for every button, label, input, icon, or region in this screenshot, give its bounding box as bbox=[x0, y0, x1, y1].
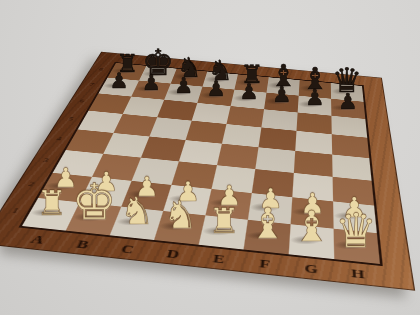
piece-black-pawn-h7[interactable]: ♟ bbox=[338, 91, 358, 113]
piece-white-rook-a1[interactable]: ♜ bbox=[36, 186, 67, 220]
file-label-f: F bbox=[259, 256, 271, 272]
piece-white-bishop-f1[interactable]: ♝ bbox=[249, 202, 287, 244]
piece-white-queen-h1[interactable]: ♛ bbox=[335, 207, 378, 254]
piece-white-knight-d1[interactable]: ♞ bbox=[163, 196, 197, 234]
file-label-h: H bbox=[351, 266, 365, 283]
piece-white-king-b1[interactable]: ♚ bbox=[72, 177, 117, 227]
piece-white-bishop-g1[interactable]: ♝ bbox=[293, 207, 331, 249]
piece-black-pawn-b7[interactable]: ♟ bbox=[142, 72, 161, 93]
piece-white-knight-c1[interactable]: ♞ bbox=[120, 192, 154, 230]
chess-photo-stage: ABCDEFGH12345678 ♜♚♞♞♜♝♝♛♟♟♟♟♟♟♟♟♟♟♟♟♟♟♟… bbox=[0, 0, 420, 315]
piece-white-rook-e1[interactable]: ♜ bbox=[208, 203, 239, 238]
piece-black-pawn-e7[interactable]: ♟ bbox=[239, 81, 258, 103]
piece-black-pawn-c7[interactable]: ♟ bbox=[174, 75, 193, 97]
piece-black-pawn-g7[interactable]: ♟ bbox=[305, 88, 325, 110]
piece-black-pawn-a7[interactable]: ♟ bbox=[110, 69, 129, 90]
piece-black-pawn-f7[interactable]: ♟ bbox=[272, 84, 292, 106]
file-label-g: G bbox=[304, 261, 318, 278]
piece-black-pawn-d7[interactable]: ♟ bbox=[207, 78, 226, 100]
